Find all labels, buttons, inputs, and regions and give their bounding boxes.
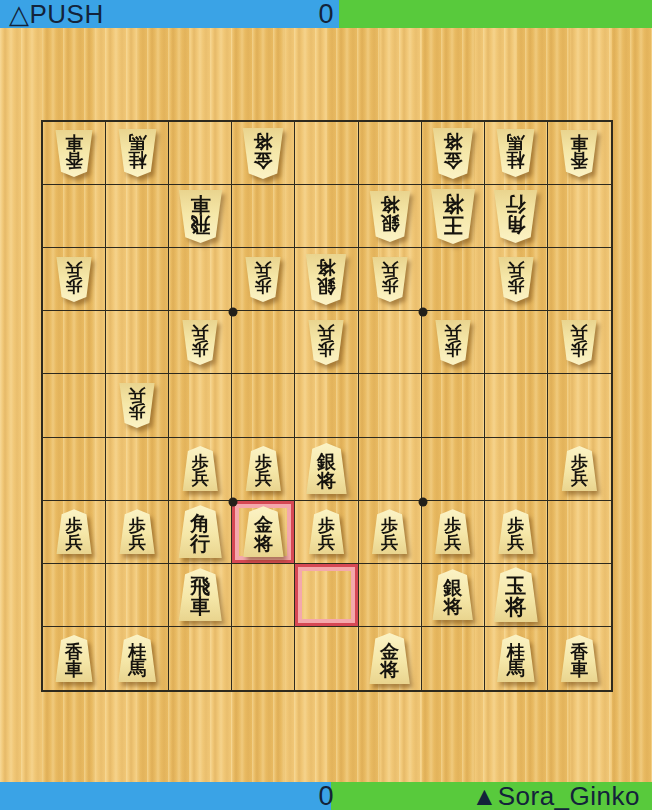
cell-r2c6[interactable]: 銀将 bbox=[359, 185, 422, 248]
cell-r6c7[interactable] bbox=[422, 438, 485, 501]
cell-r5c1[interactable] bbox=[43, 374, 106, 437]
cell-r6c6[interactable] bbox=[359, 438, 422, 501]
cell-r5c4[interactable] bbox=[232, 374, 295, 437]
piece-kanji: 兵 bbox=[66, 261, 83, 278]
piece-kanji: 兵 bbox=[381, 261, 398, 278]
hoshi-dot bbox=[419, 308, 428, 317]
piece-kanji: 将 bbox=[505, 597, 526, 618]
piece-gote-pawn[interactable]: 歩兵 bbox=[306, 320, 346, 365]
piece-gote-knight[interactable]: 桂馬 bbox=[494, 129, 537, 177]
cell-r4c8[interactable] bbox=[485, 311, 548, 374]
cell-r9c4[interactable] bbox=[232, 627, 295, 690]
piece-sente-pawn[interactable]: 歩兵 bbox=[306, 509, 346, 554]
piece-sente-pawn[interactable]: 歩兵 bbox=[559, 446, 599, 491]
piece-gote-gold[interactable]: 金将 bbox=[430, 128, 476, 179]
piece-kanji: 桂 bbox=[128, 151, 146, 169]
cell-r4c3[interactable]: 歩兵 bbox=[169, 311, 232, 374]
top-bar-green-segment bbox=[339, 0, 652, 28]
piece-gote-lance[interactable]: 香車 bbox=[558, 130, 600, 177]
piece-sente-gold[interactable]: 金将 bbox=[367, 633, 413, 684]
piece-kanji: 歩 bbox=[66, 277, 83, 294]
piece-sente-pawn[interactable]: 歩兵 bbox=[370, 509, 410, 554]
piece-kanji: 将 bbox=[380, 660, 399, 679]
cell-r8c5[interactable] bbox=[295, 564, 358, 627]
piece-kanji: 兵 bbox=[129, 534, 146, 551]
cell-r3c5[interactable]: 銀将 bbox=[295, 248, 358, 311]
cell-r1c8[interactable]: 桂馬 bbox=[485, 122, 548, 185]
cell-r7c1[interactable]: 歩兵 bbox=[43, 501, 106, 564]
cell-r4c4[interactable] bbox=[232, 311, 295, 374]
top-player-bar: △PUSH 0 bbox=[0, 0, 652, 28]
piece-gote-pawn[interactable]: 歩兵 bbox=[496, 257, 536, 302]
piece-gote-pawn[interactable]: 歩兵 bbox=[433, 320, 473, 365]
cell-r9c6[interactable]: 金将 bbox=[359, 627, 422, 690]
cell-r6c2[interactable] bbox=[106, 438, 169, 501]
piece-gote-pawn[interactable]: 歩兵 bbox=[117, 383, 157, 428]
piece-kanji: 歩 bbox=[571, 341, 588, 358]
piece-gote-silver[interactable]: 銀将 bbox=[303, 254, 349, 305]
cell-r7c5[interactable]: 歩兵 bbox=[295, 501, 358, 564]
cell-r9c7[interactable] bbox=[422, 627, 485, 690]
cell-r6c9[interactable]: 歩兵 bbox=[548, 438, 611, 501]
cell-r6c5[interactable]: 銀将 bbox=[295, 438, 358, 501]
sente-player-label: ▲Sora_Ginko bbox=[471, 782, 640, 810]
piece-kanji: 兵 bbox=[381, 534, 398, 551]
cell-r2c9[interactable] bbox=[548, 185, 611, 248]
piece-kanji: 歩 bbox=[129, 517, 146, 534]
shogi-board[interactable]: 香車桂馬金将金将桂馬香車飛車銀将王将角行歩兵歩兵銀将歩兵歩兵歩兵歩兵歩兵歩兵歩兵… bbox=[41, 120, 613, 692]
piece-kanji: 歩 bbox=[318, 341, 335, 358]
piece-gote-gold[interactable]: 金将 bbox=[240, 128, 286, 179]
piece-kanji: 将 bbox=[380, 195, 399, 214]
piece-kanji: 歩 bbox=[192, 341, 209, 358]
bottom-player-bar: 0 ▲Sora_Ginko bbox=[0, 782, 652, 810]
cell-r5c7[interactable] bbox=[422, 374, 485, 437]
piece-gote-pawn[interactable]: 歩兵 bbox=[370, 257, 410, 302]
cell-r8c3[interactable]: 飛車 bbox=[169, 564, 232, 627]
cell-r6c3[interactable]: 歩兵 bbox=[169, 438, 232, 501]
cell-r3c1[interactable]: 歩兵 bbox=[43, 248, 106, 311]
piece-kanji: 車 bbox=[570, 134, 588, 152]
cell-r2c2[interactable] bbox=[106, 185, 169, 248]
piece-kanji: 将 bbox=[317, 471, 336, 490]
piece-kanji: 行 bbox=[190, 534, 210, 554]
cell-r2c7[interactable]: 王将 bbox=[422, 185, 485, 248]
cell-r3c4[interactable]: 歩兵 bbox=[232, 248, 295, 311]
piece-kanji: 香 bbox=[65, 151, 83, 169]
piece-sente-pawn[interactable]: 歩兵 bbox=[54, 509, 94, 554]
piece-gote-pawn[interactable]: 歩兵 bbox=[243, 257, 283, 302]
piece-kanji: 兵 bbox=[192, 470, 209, 487]
piece-kanji: 歩 bbox=[129, 404, 146, 421]
piece-gote-silver[interactable]: 銀将 bbox=[367, 191, 413, 242]
piece-kanji: 行 bbox=[506, 194, 526, 214]
cell-r9c3[interactable] bbox=[169, 627, 232, 690]
piece-kanji: 歩 bbox=[381, 517, 398, 534]
cell-r3c2[interactable] bbox=[106, 248, 169, 311]
piece-kanji: 兵 bbox=[192, 324, 209, 341]
piece-kanji: 車 bbox=[65, 134, 83, 152]
piece-kanji: 銀 bbox=[380, 214, 399, 233]
cell-r2c5[interactable] bbox=[295, 185, 358, 248]
piece-kanji: 香 bbox=[570, 151, 588, 169]
cell-r9c2[interactable]: 桂馬 bbox=[106, 627, 169, 690]
piece-kanji: 兵 bbox=[507, 534, 524, 551]
gote-counter: 0 bbox=[300, 0, 352, 28]
piece-kanji: 車 bbox=[190, 194, 210, 214]
cell-r9c1[interactable]: 香車 bbox=[43, 627, 106, 690]
piece-kanji: 将 bbox=[254, 132, 273, 151]
cell-r9c5[interactable] bbox=[295, 627, 358, 690]
cell-r5c8[interactable] bbox=[485, 374, 548, 437]
piece-kanji: 歩 bbox=[66, 517, 83, 534]
cell-r2c8[interactable]: 角行 bbox=[485, 185, 548, 248]
piece-sente-pawn[interactable]: 歩兵 bbox=[496, 509, 536, 554]
piece-kanji: 歩 bbox=[444, 341, 461, 358]
piece-gote-king[interactable]: 王将 bbox=[428, 189, 478, 244]
cell-r7c3[interactable]: 角行 bbox=[169, 501, 232, 564]
piece-kanji: 車 bbox=[190, 597, 210, 617]
hoshi-dot bbox=[229, 308, 238, 317]
piece-kanji: 歩 bbox=[255, 277, 272, 294]
cell-r1c1[interactable]: 香車 bbox=[43, 122, 106, 185]
piece-gote-pawn[interactable]: 歩兵 bbox=[54, 257, 94, 302]
cell-r7c8[interactable]: 歩兵 bbox=[485, 501, 548, 564]
piece-gote-pawn[interactable]: 歩兵 bbox=[180, 320, 220, 365]
piece-kanji: 馬 bbox=[507, 660, 525, 678]
cell-r1c2[interactable]: 桂馬 bbox=[106, 122, 169, 185]
cell-r5c9[interactable] bbox=[548, 374, 611, 437]
piece-gote-pawn[interactable]: 歩兵 bbox=[559, 320, 599, 365]
piece-gote-rook[interactable]: 飛車 bbox=[176, 190, 225, 243]
hoshi-dot bbox=[229, 498, 238, 507]
piece-sente-pawn[interactable]: 歩兵 bbox=[433, 509, 473, 554]
piece-kanji: 兵 bbox=[255, 261, 272, 278]
piece-sente-knight[interactable]: 桂馬 bbox=[494, 634, 537, 682]
bottom-bar-blue-segment bbox=[0, 782, 331, 810]
cell-r1c6[interactable] bbox=[359, 122, 422, 185]
piece-sente-lance[interactable]: 香車 bbox=[53, 635, 95, 682]
cell-r3c7[interactable] bbox=[422, 248, 485, 311]
piece-sente-rook[interactable]: 飛車 bbox=[176, 568, 225, 621]
piece-sente-pawn[interactable]: 歩兵 bbox=[180, 446, 220, 491]
piece-kanji: 歩 bbox=[507, 517, 524, 534]
piece-kanji: 車 bbox=[570, 660, 588, 678]
piece-kanji: 将 bbox=[443, 132, 462, 151]
cell-r8c4[interactable] bbox=[232, 564, 295, 627]
cell-r9c9[interactable]: 香車 bbox=[548, 627, 611, 690]
cell-r3c6[interactable]: 歩兵 bbox=[359, 248, 422, 311]
cell-r4c5[interactable]: 歩兵 bbox=[295, 311, 358, 374]
piece-gote-lance[interactable]: 香車 bbox=[53, 130, 95, 177]
cell-r2c1[interactable] bbox=[43, 185, 106, 248]
piece-kanji: 兵 bbox=[318, 534, 335, 551]
piece-kanji: 歩 bbox=[444, 517, 461, 534]
cell-r8c6[interactable] bbox=[359, 564, 422, 627]
piece-kanji: 兵 bbox=[571, 324, 588, 341]
piece-kanji: 兵 bbox=[444, 534, 461, 551]
cell-r5c3[interactable] bbox=[169, 374, 232, 437]
cell-r7c2[interactable]: 歩兵 bbox=[106, 501, 169, 564]
cell-r4c2[interactable] bbox=[106, 311, 169, 374]
cell-r3c3[interactable] bbox=[169, 248, 232, 311]
sente-counter: 0 bbox=[300, 782, 352, 810]
cell-r1c3[interactable] bbox=[169, 122, 232, 185]
piece-kanji: 金 bbox=[443, 151, 462, 170]
piece-kanji: 兵 bbox=[507, 261, 524, 278]
piece-kanji: 兵 bbox=[571, 470, 588, 487]
piece-kanji: 兵 bbox=[129, 387, 146, 404]
cell-r5c2[interactable]: 歩兵 bbox=[106, 374, 169, 437]
cell-r4c1[interactable] bbox=[43, 311, 106, 374]
piece-gote-knight[interactable]: 桂馬 bbox=[116, 129, 159, 177]
piece-kanji: 歩 bbox=[381, 277, 398, 294]
cell-r4c9[interactable]: 歩兵 bbox=[548, 311, 611, 374]
piece-kanji: 将 bbox=[254, 534, 273, 553]
piece-sente-knight[interactable]: 桂馬 bbox=[116, 634, 159, 682]
piece-kanji: 金 bbox=[254, 515, 273, 534]
cell-r5c5[interactable] bbox=[295, 374, 358, 437]
cell-r6c8[interactable] bbox=[485, 438, 548, 501]
cell-r1c7[interactable]: 金将 bbox=[422, 122, 485, 185]
cell-r2c3[interactable]: 飛車 bbox=[169, 185, 232, 248]
cell-r7c4[interactable]: 金将 bbox=[232, 501, 295, 564]
piece-sente-silver[interactable]: 銀将 bbox=[303, 443, 349, 494]
piece-sente-bishop[interactable]: 角行 bbox=[176, 505, 225, 558]
cell-r8c8[interactable]: 玉将 bbox=[485, 564, 548, 627]
piece-kanji: 将 bbox=[442, 193, 463, 214]
piece-sente-silver[interactable]: 銀将 bbox=[430, 569, 476, 620]
piece-kanji: 桂 bbox=[507, 151, 525, 169]
piece-kanji: 馬 bbox=[128, 660, 146, 678]
cell-r1c9[interactable]: 香車 bbox=[548, 122, 611, 185]
piece-kanji: 銀 bbox=[317, 277, 336, 296]
piece-kanji: 将 bbox=[317, 259, 336, 278]
piece-kanji: 歩 bbox=[318, 517, 335, 534]
cell-r8c1[interactable] bbox=[43, 564, 106, 627]
cell-r9c8[interactable]: 桂馬 bbox=[485, 627, 548, 690]
cell-r7c7[interactable]: 歩兵 bbox=[422, 501, 485, 564]
cell-r3c8[interactable]: 歩兵 bbox=[485, 248, 548, 311]
gote-player-label: △PUSH bbox=[9, 0, 104, 28]
piece-sente-pawn[interactable]: 歩兵 bbox=[117, 509, 157, 554]
piece-kanji: 車 bbox=[65, 660, 83, 678]
piece-sente-lance[interactable]: 香車 bbox=[558, 635, 600, 682]
cell-r8c7[interactable]: 銀将 bbox=[422, 564, 485, 627]
piece-kanji: 銀 bbox=[317, 452, 336, 471]
piece-kanji: 将 bbox=[443, 597, 462, 616]
cell-r1c4[interactable]: 金将 bbox=[232, 122, 295, 185]
piece-kanji: 兵 bbox=[66, 534, 83, 551]
cell-r6c4[interactable]: 歩兵 bbox=[232, 438, 295, 501]
piece-sente-king[interactable]: 玉将 bbox=[491, 567, 541, 622]
piece-sente-gold[interactable]: 金将 bbox=[240, 506, 286, 557]
cell-r3c9[interactable] bbox=[548, 248, 611, 311]
piece-kanji: 馬 bbox=[128, 134, 146, 152]
piece-kanji: 馬 bbox=[507, 134, 525, 152]
cell-r4c7[interactable]: 歩兵 bbox=[422, 311, 485, 374]
cell-r2c4[interactable] bbox=[232, 185, 295, 248]
piece-gote-bishop[interactable]: 角行 bbox=[491, 190, 540, 243]
cell-r6c1[interactable] bbox=[43, 438, 106, 501]
piece-kanji: 兵 bbox=[318, 324, 335, 341]
piece-sente-pawn[interactable]: 歩兵 bbox=[243, 446, 283, 491]
piece-kanji: 歩 bbox=[507, 277, 524, 294]
cell-r7c6[interactable]: 歩兵 bbox=[359, 501, 422, 564]
cell-r8c2[interactable] bbox=[106, 564, 169, 627]
piece-kanji: 金 bbox=[254, 151, 273, 170]
piece-kanji: 兵 bbox=[255, 470, 272, 487]
piece-kanji: 兵 bbox=[444, 324, 461, 341]
hoshi-dot bbox=[419, 498, 428, 507]
cell-r4c6[interactable] bbox=[359, 311, 422, 374]
cell-r8c9[interactable] bbox=[548, 564, 611, 627]
cell-r5c6[interactable] bbox=[359, 374, 422, 437]
cell-r1c5[interactable] bbox=[295, 122, 358, 185]
cell-r7c9[interactable] bbox=[548, 501, 611, 564]
